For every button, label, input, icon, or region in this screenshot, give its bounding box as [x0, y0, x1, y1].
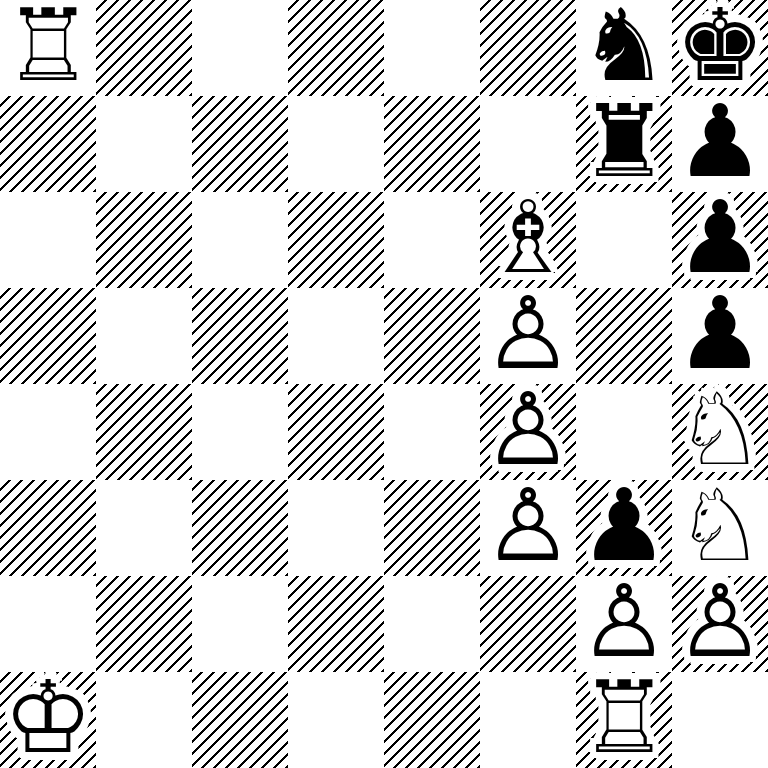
square-g4[interactable]	[576, 384, 672, 480]
square-a2[interactable]	[0, 576, 96, 672]
square-h5[interactable]: ♟♟	[672, 288, 768, 384]
white-rook-glyph: ♖	[0, 0, 96, 96]
square-b1[interactable]	[96, 672, 192, 768]
square-b5[interactable]	[96, 288, 192, 384]
square-h3[interactable]: ♞♘	[672, 480, 768, 576]
black-pawn-icon[interactable]: ♟♟	[576, 480, 672, 576]
white-knight-glyph: ♘	[672, 384, 768, 480]
square-g5[interactable]	[576, 288, 672, 384]
white-pawn-icon[interactable]: ♟♙	[480, 288, 576, 384]
black-pawn-icon[interactable]: ♟♟	[672, 288, 768, 384]
square-h6[interactable]: ♟♟	[672, 192, 768, 288]
square-b7[interactable]	[96, 96, 192, 192]
black-king-icon[interactable]: ♚♚	[672, 0, 768, 96]
square-c5[interactable]	[192, 288, 288, 384]
square-c4[interactable]	[192, 384, 288, 480]
black-knight-icon[interactable]: ♞♞	[576, 0, 672, 96]
square-f6[interactable]: ♝♗	[480, 192, 576, 288]
square-e8[interactable]	[384, 0, 480, 96]
white-knight-icon[interactable]: ♞♘	[672, 384, 768, 480]
square-d3[interactable]	[288, 480, 384, 576]
white-pawn-glyph: ♙	[576, 576, 672, 672]
white-pawn-glyph: ♙	[480, 480, 576, 576]
square-a7[interactable]	[0, 96, 96, 192]
square-a8[interactable]: ♜♖	[0, 0, 96, 96]
square-g8[interactable]: ♞♞	[576, 0, 672, 96]
square-f3[interactable]: ♟♙	[480, 480, 576, 576]
chess-board: ♜♖♞♞♚♚♜♜♟♟♝♗♟♟♟♙♟♟♟♙♞♘♟♙♟♟♞♘♟♙♟♙♚♔♜♖	[0, 0, 768, 768]
square-c3[interactable]	[192, 480, 288, 576]
black-pawn-glyph: ♟	[672, 288, 768, 384]
square-a6[interactable]	[0, 192, 96, 288]
square-f2[interactable]	[480, 576, 576, 672]
square-h1[interactable]	[672, 672, 768, 768]
square-f7[interactable]	[480, 96, 576, 192]
square-h8[interactable]: ♚♚	[672, 0, 768, 96]
white-rook-glyph: ♖	[576, 672, 672, 768]
square-a5[interactable]	[0, 288, 96, 384]
square-e5[interactable]	[384, 288, 480, 384]
square-b4[interactable]	[96, 384, 192, 480]
white-rook-icon[interactable]: ♜♖	[0, 0, 96, 96]
square-a3[interactable]	[0, 480, 96, 576]
square-f4[interactable]: ♟♙	[480, 384, 576, 480]
square-g7[interactable]: ♜♜	[576, 96, 672, 192]
white-pawn-glyph: ♙	[480, 384, 576, 480]
white-bishop-icon[interactable]: ♝♗	[480, 192, 576, 288]
white-pawn-icon[interactable]: ♟♙	[480, 480, 576, 576]
square-d1[interactable]	[288, 672, 384, 768]
square-g2[interactable]: ♟♙	[576, 576, 672, 672]
square-h2[interactable]: ♟♙	[672, 576, 768, 672]
square-f5[interactable]: ♟♙	[480, 288, 576, 384]
black-rook-glyph: ♜	[576, 96, 672, 192]
white-king-glyph: ♔	[0, 672, 96, 768]
square-a1[interactable]: ♚♔	[0, 672, 96, 768]
square-g6[interactable]	[576, 192, 672, 288]
square-c7[interactable]	[192, 96, 288, 192]
black-king-glyph: ♚	[672, 0, 768, 96]
white-rook-icon[interactable]: ♜♖	[576, 672, 672, 768]
white-pawn-icon[interactable]: ♟♙	[480, 384, 576, 480]
black-pawn-glyph: ♟	[672, 96, 768, 192]
square-d6[interactable]	[288, 192, 384, 288]
square-h4[interactable]: ♞♘	[672, 384, 768, 480]
white-pawn-icon[interactable]: ♟♙	[672, 576, 768, 672]
black-pawn-glyph: ♟	[576, 480, 672, 576]
square-a4[interactable]	[0, 384, 96, 480]
black-pawn-glyph: ♟	[672, 192, 768, 288]
square-h7[interactable]: ♟♟	[672, 96, 768, 192]
square-e6[interactable]	[384, 192, 480, 288]
square-e3[interactable]	[384, 480, 480, 576]
square-e4[interactable]	[384, 384, 480, 480]
square-f1[interactable]	[480, 672, 576, 768]
square-b6[interactable]	[96, 192, 192, 288]
white-pawn-glyph: ♙	[480, 288, 576, 384]
square-c8[interactable]	[192, 0, 288, 96]
black-pawn-icon[interactable]: ♟♟	[672, 192, 768, 288]
square-c6[interactable]	[192, 192, 288, 288]
square-d5[interactable]	[288, 288, 384, 384]
square-b8[interactable]	[96, 0, 192, 96]
square-e7[interactable]	[384, 96, 480, 192]
square-f8[interactable]	[480, 0, 576, 96]
square-g3[interactable]: ♟♟	[576, 480, 672, 576]
square-d8[interactable]	[288, 0, 384, 96]
square-b2[interactable]	[96, 576, 192, 672]
square-d7[interactable]	[288, 96, 384, 192]
white-pawn-icon[interactable]: ♟♙	[576, 576, 672, 672]
white-knight-glyph: ♘	[672, 480, 768, 576]
square-d4[interactable]	[288, 384, 384, 480]
black-knight-glyph: ♞	[576, 0, 672, 96]
square-e2[interactable]	[384, 576, 480, 672]
white-king-icon[interactable]: ♚♔	[0, 672, 96, 768]
black-rook-icon[interactable]: ♜♜	[576, 96, 672, 192]
square-c2[interactable]	[192, 576, 288, 672]
square-e1[interactable]	[384, 672, 480, 768]
square-d2[interactable]	[288, 576, 384, 672]
square-b3[interactable]	[96, 480, 192, 576]
square-c1[interactable]	[192, 672, 288, 768]
square-g1[interactable]: ♜♖	[576, 672, 672, 768]
black-pawn-icon[interactable]: ♟♟	[672, 96, 768, 192]
white-knight-icon[interactable]: ♞♘	[672, 480, 768, 576]
white-pawn-glyph: ♙	[672, 576, 768, 672]
white-bishop-glyph: ♗	[480, 192, 576, 288]
